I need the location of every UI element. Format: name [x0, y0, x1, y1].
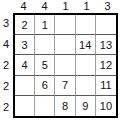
cell-r4c1[interactable] — [15, 76, 35, 96]
cell-r1c2[interactable]: 1 — [35, 15, 55, 35]
row-clue-5: 2 — [0, 97, 12, 118]
cell-r1c4[interactable] — [76, 15, 96, 35]
cell-r4c5[interactable]: 11 — [96, 76, 116, 96]
column-clue-5: 3 — [97, 0, 118, 13]
column-clue-4: 1 — [76, 0, 97, 13]
column-clue-2: 4 — [34, 0, 55, 13]
column-clues: 44113 — [13, 0, 118, 13]
cell-r1c3[interactable] — [55, 15, 75, 35]
cell-r3c3[interactable] — [55, 55, 75, 75]
cell-r5c3[interactable]: 8 — [55, 96, 75, 116]
cell-r3c2[interactable]: 5 — [35, 55, 55, 75]
cell-r3c5[interactable]: 12 — [96, 55, 116, 75]
cell-r4c2[interactable]: 6 — [35, 76, 55, 96]
cell-r2c5[interactable]: 13 — [96, 35, 116, 55]
cell-r5c5[interactable]: 10 — [96, 96, 116, 116]
cell-r3c1[interactable]: 4 — [15, 55, 35, 75]
cell-r5c2[interactable] — [35, 96, 55, 116]
cell-r5c1[interactable] — [15, 96, 35, 116]
cell-r4c3[interactable]: 7 — [55, 76, 75, 96]
cell-r5c4[interactable]: 9 — [76, 96, 96, 116]
row-clues: 34222 — [0, 13, 12, 118]
cell-r2c4[interactable]: 14 — [76, 35, 96, 55]
column-clue-3: 1 — [55, 0, 76, 13]
cell-r2c1[interactable]: 3 — [15, 35, 35, 55]
cell-r2c2[interactable] — [35, 35, 55, 55]
row-clue-4: 2 — [0, 76, 12, 97]
cell-r1c1[interactable]: 2 — [15, 15, 35, 35]
puzzle-board: 2131413451267118910 — [13, 13, 118, 118]
cell-r4c4[interactable] — [76, 76, 96, 96]
row-clue-2: 4 — [0, 34, 12, 55]
cell-r2c3[interactable] — [55, 35, 75, 55]
cell-r3c4[interactable] — [76, 55, 96, 75]
cell-r1c5[interactable] — [96, 15, 116, 35]
row-clue-1: 3 — [0, 13, 12, 34]
column-clue-1: 4 — [13, 0, 34, 13]
number-snake-puzzle: 44113 34222 2131413451267118910 — [0, 0, 120, 120]
row-clue-3: 2 — [0, 55, 12, 76]
